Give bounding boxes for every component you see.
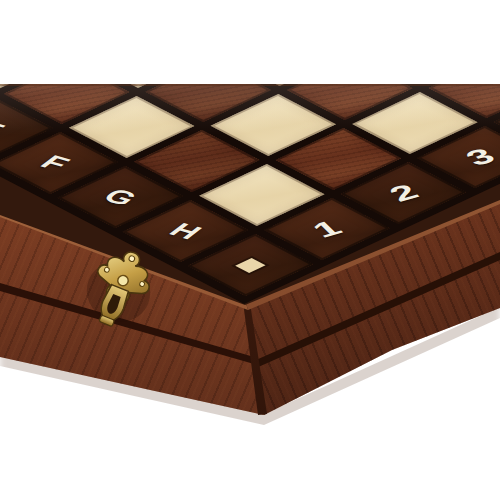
rank-label-3: 3 [460, 145, 500, 169]
file-label-e: E [0, 118, 11, 140]
square-c2 [0, 0, 76, 20]
chess-box-photo: 87654321ABCDEFGH [0, 0, 500, 500]
file-label-f: F [35, 152, 75, 174]
rank-label-2: 2 [383, 181, 423, 205]
file-label-h: H [164, 220, 207, 242]
square-e3 [157, 0, 282, 52]
square-f5 [375, 0, 500, 14]
square-g4 [364, 22, 489, 84]
square-f4 [298, 0, 423, 50]
square-d3 [92, 0, 217, 18]
square-e2 [80, 26, 205, 88]
rank-label-1: 1 [307, 217, 347, 241]
square-d2 [15, 0, 140, 54]
square-f3 [222, 24, 347, 86]
square-g5 [440, 0, 500, 48]
square-d1 [0, 28, 64, 90]
square-e4 [233, 0, 358, 16]
file-label-g: G [98, 185, 143, 208]
